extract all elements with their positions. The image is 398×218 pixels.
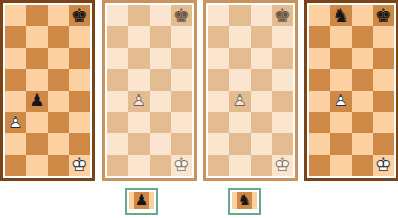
square-r2c4 — [272, 26, 293, 47]
square-r5c4 — [272, 91, 293, 112]
square-r6c2 — [330, 112, 351, 133]
square-r8c3 — [150, 155, 171, 176]
square-r3c3 — [150, 48, 171, 69]
square-r1c1 — [107, 5, 128, 26]
square-r8c3 — [251, 155, 272, 176]
black-king: ♚ — [272, 5, 293, 26]
square-r6c3 — [150, 112, 171, 133]
square-r5c1 — [107, 91, 128, 112]
board-grid: ♚♟♙♚♔ — [107, 5, 192, 176]
answer-chip-pawn: ♟ — [125, 188, 158, 215]
square-r3c2 — [330, 48, 351, 69]
square-r1c2: ♞ — [330, 5, 351, 26]
square-r4c4 — [373, 69, 394, 90]
square-r3c4 — [69, 48, 90, 69]
square-r1c3 — [251, 5, 272, 26]
square-r6c4 — [373, 112, 394, 133]
square-r6c2 — [26, 112, 47, 133]
square-r5c2: ♟♙ — [229, 91, 250, 112]
square-r2c1 — [208, 26, 229, 47]
square-r8c3 — [352, 155, 373, 176]
black-pawn: ♟ — [26, 91, 47, 112]
board-1: ♚♟♟♙♚♔ — [0, 0, 95, 181]
square-r7c3 — [352, 133, 373, 154]
square-r3c2 — [128, 48, 149, 69]
square-r7c1 — [208, 133, 229, 154]
chip-dark-square: ♞ — [237, 192, 252, 209]
square-r5c3 — [48, 91, 69, 112]
square-r1c2 — [26, 5, 47, 26]
white-pawn: ♟♙ — [128, 91, 149, 112]
square-r4c4 — [171, 69, 192, 90]
white-king-glyph: ♔ — [375, 155, 392, 174]
square-r8c4: ♚♔ — [373, 155, 394, 176]
white-pawn-glyph: ♙ — [333, 92, 348, 109]
square-r4c3 — [352, 69, 373, 90]
square-r2c2 — [229, 26, 250, 47]
chip-board-crop: ♞ — [232, 192, 257, 209]
white-king: ♚♔ — [69, 155, 90, 176]
white-pawn-glyph: ♙ — [131, 92, 146, 109]
square-r8c1 — [309, 155, 330, 176]
square-r3c3 — [48, 48, 69, 69]
white-pawn: ♟♙ — [330, 91, 351, 112]
square-r3c1 — [208, 48, 229, 69]
square-r5c1 — [5, 91, 26, 112]
square-r8c3 — [48, 155, 69, 176]
board-grid: ♚♟♟♙♚♔ — [5, 5, 90, 176]
square-r6c1: ♟♙ — [5, 112, 26, 133]
square-r2c3 — [48, 26, 69, 47]
white-pawn: ♟♙ — [229, 91, 250, 112]
square-r6c3 — [352, 112, 373, 133]
black-king: ♚ — [373, 5, 394, 26]
black-knight: ♞ — [330, 5, 351, 26]
chip-board-crop: ♟ — [129, 192, 154, 209]
black-pawn-glyph: ♟ — [135, 192, 148, 207]
square-r3c3 — [352, 48, 373, 69]
square-r2c1 — [5, 26, 26, 47]
black-king-glyph: ♚ — [375, 5, 392, 24]
square-r5c2: ♟♙ — [128, 91, 149, 112]
square-r7c4 — [373, 133, 394, 154]
square-r6c2 — [128, 112, 149, 133]
square-r6c4 — [272, 112, 293, 133]
square-r8c4: ♚♔ — [69, 155, 90, 176]
square-r8c1 — [107, 155, 128, 176]
black-king-glyph: ♚ — [274, 5, 291, 24]
square-r8c2 — [128, 155, 149, 176]
square-r5c1 — [309, 91, 330, 112]
square-r3c2 — [26, 48, 47, 69]
square-r2c2 — [128, 26, 149, 47]
board-4: ♞♚♟♙♚♔ — [304, 0, 398, 181]
square-r2c1 — [309, 26, 330, 47]
chip-dark-square: ♟ — [134, 192, 149, 209]
square-r3c1 — [107, 48, 128, 69]
black-pawn-glyph: ♟ — [29, 92, 44, 109]
square-r6c4 — [171, 112, 192, 133]
square-r1c3 — [352, 5, 373, 26]
square-r6c1 — [208, 112, 229, 133]
board-grid: ♚♟♙♚♔ — [208, 5, 293, 176]
square-r6c1 — [309, 112, 330, 133]
square-r6c4 — [69, 112, 90, 133]
square-r7c1 — [107, 133, 128, 154]
white-king: ♚♔ — [272, 155, 293, 176]
square-r3c2 — [229, 48, 250, 69]
square-r7c1 — [309, 133, 330, 154]
square-r6c1 — [107, 112, 128, 133]
square-r2c4 — [373, 26, 394, 47]
square-r7c4 — [69, 133, 90, 154]
square-r7c3 — [150, 133, 171, 154]
square-r2c3 — [251, 26, 272, 47]
square-r3c4 — [171, 48, 192, 69]
square-r3c3 — [251, 48, 272, 69]
square-r7c3 — [251, 133, 272, 154]
square-r2c4 — [69, 26, 90, 47]
black-knight-glyph: ♞ — [238, 192, 251, 207]
white-king-glyph: ♔ — [274, 155, 291, 174]
white-king-glyph: ♔ — [173, 155, 190, 174]
square-r6c2 — [229, 112, 250, 133]
square-r3c4 — [373, 48, 394, 69]
square-r3c4 — [272, 48, 293, 69]
square-r4c2 — [229, 69, 250, 90]
square-r3c1 — [5, 48, 26, 69]
black-pawn: ♟ — [134, 192, 149, 209]
square-r6c3 — [251, 112, 272, 133]
square-r2c2 — [330, 26, 351, 47]
white-king: ♚♔ — [373, 155, 394, 176]
square-r1c4: ♚ — [373, 5, 394, 26]
white-pawn-glyph: ♙ — [232, 92, 247, 109]
square-r4c2 — [26, 69, 47, 90]
black-king: ♚ — [69, 5, 90, 26]
square-r1c1 — [5, 5, 26, 26]
square-r4c2 — [128, 69, 149, 90]
square-r8c4: ♚♔ — [272, 155, 293, 176]
square-r5c4 — [69, 91, 90, 112]
square-r8c2 — [330, 155, 351, 176]
square-r7c2 — [330, 133, 351, 154]
square-r1c4: ♚ — [171, 5, 192, 26]
square-r7c2 — [26, 133, 47, 154]
square-r4c3 — [150, 69, 171, 90]
square-r8c2 — [26, 155, 47, 176]
white-king-glyph: ♔ — [71, 155, 88, 174]
square-r5c3 — [352, 91, 373, 112]
square-r1c3 — [150, 5, 171, 26]
square-r4c4 — [69, 69, 90, 90]
square-r1c1 — [208, 5, 229, 26]
square-r2c3 — [150, 26, 171, 47]
square-r8c1 — [208, 155, 229, 176]
square-r1c3 — [48, 5, 69, 26]
square-r1c1 — [309, 5, 330, 26]
square-r4c2 — [330, 69, 351, 90]
square-r1c2 — [128, 5, 149, 26]
board-3-faded: ♚♟♙♚♔ — [203, 0, 298, 181]
white-king: ♚♔ — [171, 155, 192, 176]
square-r7c3 — [48, 133, 69, 154]
board-grid: ♞♚♟♙♚♔ — [309, 5, 394, 176]
square-r7c4 — [272, 133, 293, 154]
square-r3c1 — [309, 48, 330, 69]
black-knight-glyph: ♞ — [332, 5, 349, 24]
square-r1c2 — [229, 5, 250, 26]
square-r1c4: ♚ — [272, 5, 293, 26]
square-r4c3 — [251, 69, 272, 90]
square-r4c1 — [107, 69, 128, 90]
square-r5c3 — [150, 91, 171, 112]
black-king-glyph: ♚ — [173, 5, 190, 24]
black-knight: ♞ — [237, 192, 252, 209]
square-r5c2: ♟♙ — [330, 91, 351, 112]
square-r5c2: ♟ — [26, 91, 47, 112]
chip-light-sliver — [149, 192, 154, 209]
black-king: ♚ — [171, 5, 192, 26]
square-r5c3 — [251, 91, 272, 112]
square-r7c4 — [171, 133, 192, 154]
chip-light-sliver — [252, 192, 257, 209]
square-r4c1 — [5, 69, 26, 90]
square-r2c4 — [171, 26, 192, 47]
white-pawn-glyph: ♙ — [8, 113, 23, 130]
square-r2c3 — [352, 26, 373, 47]
chess-boards-comparison: ♚♟♟♙♚♔ ♚♟♙♚♔ ♚♟♙♚♔ ♞♚♟♙♚♔ ♟ ♞ — [0, 0, 398, 218]
square-r7c1 — [5, 133, 26, 154]
answer-chip-knight: ♞ — [228, 188, 261, 215]
square-r7c2 — [128, 133, 149, 154]
square-r8c1 — [5, 155, 26, 176]
square-r1c4: ♚ — [69, 5, 90, 26]
square-r4c1 — [309, 69, 330, 90]
square-r2c2 — [26, 26, 47, 47]
square-r6c3 — [48, 112, 69, 133]
square-r8c4: ♚♔ — [171, 155, 192, 176]
black-king-glyph: ♚ — [71, 5, 88, 24]
square-r5c4 — [373, 91, 394, 112]
square-r5c1 — [208, 91, 229, 112]
square-r4c4 — [272, 69, 293, 90]
square-r7c2 — [229, 133, 250, 154]
board-2-faded: ♚♟♙♚♔ — [102, 0, 197, 181]
square-r4c1 — [208, 69, 229, 90]
square-r4c3 — [48, 69, 69, 90]
square-r5c4 — [171, 91, 192, 112]
white-pawn: ♟♙ — [5, 112, 26, 133]
square-r8c2 — [229, 155, 250, 176]
square-r2c1 — [107, 26, 128, 47]
